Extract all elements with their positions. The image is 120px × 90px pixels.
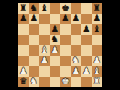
black-pawn: ♟ [72,14,80,23]
square-d3[interactable] [50,56,61,67]
square-d5[interactable]: ♞ [50,35,61,46]
square-g7[interactable] [81,14,92,25]
square-d7[interactable] [50,14,61,25]
square-a3[interactable] [18,56,29,67]
square-b4[interactable] [29,45,40,56]
white-knight: ♞ [30,77,38,86]
square-f2[interactable]: ♟ [71,66,82,77]
square-h2[interactable]: ♝ [92,66,103,77]
square-e6[interactable] [60,24,71,35]
white-pawn: ♟ [72,66,80,75]
letterbox-left [0,0,18,90]
square-c6[interactable] [39,24,50,35]
square-g6[interactable]: ♟ [81,24,92,35]
chess-board: ♜♞♝♚♜♟♟♟♟♟♟♟♝♞♝♟♟♞♟♟♟♟♝♛♞♚♜ [18,3,102,87]
square-h6[interactable]: ♝ [92,24,103,35]
white-bishop: ♝ [40,45,48,54]
black-rook: ♜ [19,3,27,12]
square-c7[interactable] [39,14,50,25]
white-rook: ♜ [93,77,101,86]
black-pawn: ♟ [19,14,27,23]
square-b2[interactable] [29,66,40,77]
square-g1[interactable] [81,77,92,88]
square-d8[interactable] [50,3,61,14]
square-f3[interactable]: ♞ [71,56,82,67]
screenshot-canvas: ♜♞♝♚♜♟♟♟♟♟♟♟♝♞♝♟♟♞♟♟♟♟♝♛♞♚♜ [0,0,120,90]
square-g4[interactable] [81,45,92,56]
square-b7[interactable]: ♟ [29,14,40,25]
square-e1[interactable]: ♚ [60,77,71,88]
square-a1[interactable]: ♛ [18,77,29,88]
square-b3[interactable] [29,56,40,67]
white-knight: ♞ [72,56,80,65]
square-f1[interactable] [71,77,82,88]
square-a7[interactable]: ♟ [18,14,29,25]
square-a6[interactable] [18,24,29,35]
black-pawn: ♟ [82,24,90,33]
square-d2[interactable] [50,66,61,77]
square-c1[interactable] [39,77,50,88]
white-pawn: ♟ [19,66,27,75]
square-c2[interactable] [39,66,50,77]
white-king: ♚ [61,77,69,86]
square-f5[interactable] [71,35,82,46]
square-a2[interactable]: ♟ [18,66,29,77]
square-g3[interactable] [81,56,92,67]
square-e4[interactable] [60,45,71,56]
square-d4[interactable]: ♟ [50,45,61,56]
square-b1[interactable]: ♞ [29,77,40,88]
square-b6[interactable] [29,24,40,35]
black-king: ♚ [61,3,69,12]
square-g2[interactable]: ♟ [81,66,92,77]
square-e8[interactable]: ♚ [60,3,71,14]
white-pawn: ♟ [51,45,59,54]
square-c3[interactable]: ♟ [39,56,50,67]
black-knight: ♞ [30,3,38,12]
square-h4[interactable] [92,45,103,56]
black-pawn: ♟ [30,14,38,23]
square-a8[interactable]: ♜ [18,3,29,14]
black-queen: ♛ [19,77,27,86]
white-pawn: ♟ [93,56,101,65]
square-h1[interactable]: ♜ [92,77,103,88]
square-c4[interactable]: ♝ [39,45,50,56]
square-a4[interactable] [18,45,29,56]
square-a5[interactable] [18,35,29,46]
black-knight: ♞ [51,35,59,44]
square-f7[interactable]: ♟ [71,14,82,25]
square-h3[interactable]: ♟ [92,56,103,67]
square-c8[interactable]: ♝ [39,3,50,14]
square-e7[interactable]: ♟ [60,14,71,25]
square-g8[interactable] [81,3,92,14]
letterbox-right [102,0,120,90]
square-c5[interactable] [39,35,50,46]
square-e5[interactable] [60,35,71,46]
square-d1[interactable] [50,77,61,88]
white-bishop: ♝ [93,66,101,75]
square-f8[interactable] [71,3,82,14]
white-pawn: ♟ [82,66,90,75]
square-e2[interactable] [60,66,71,77]
square-f4[interactable] [71,45,82,56]
black-pawn: ♟ [93,14,101,23]
white-pawn: ♟ [40,56,48,65]
black-pawn: ♟ [51,24,59,33]
square-f6[interactable] [71,24,82,35]
square-b8[interactable]: ♞ [29,3,40,14]
square-h8[interactable]: ♜ [92,3,103,14]
black-rook: ♜ [93,3,101,12]
square-h5[interactable] [92,35,103,46]
square-g5[interactable] [81,35,92,46]
black-pawn: ♟ [61,14,69,23]
square-d6[interactable]: ♟ [50,24,61,35]
square-e3[interactable] [60,56,71,67]
square-h7[interactable]: ♟ [92,14,103,25]
square-b5[interactable] [29,35,40,46]
black-bishop: ♝ [40,3,48,12]
black-bishop: ♝ [93,24,101,33]
